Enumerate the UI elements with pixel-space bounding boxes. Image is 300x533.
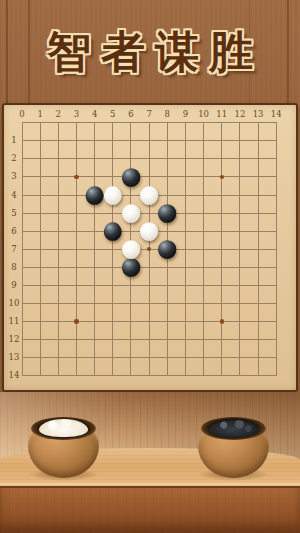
column-label: 2 xyxy=(49,109,67,120)
white-stone: ● xyxy=(122,204,140,222)
column-label: 3 xyxy=(67,109,85,120)
row-label: 10 xyxy=(6,298,22,309)
table-front xyxy=(0,488,300,533)
star-point xyxy=(74,175,78,179)
white-stone: ● xyxy=(122,240,140,258)
white-stone-bowl xyxy=(28,417,99,478)
row-label: 7 xyxy=(6,244,22,255)
black-stone-bowl xyxy=(198,417,269,478)
white-stone: ● xyxy=(140,222,158,240)
row-label: 6 xyxy=(6,226,22,237)
row-label: 13 xyxy=(6,352,22,363)
grid-line-vertical xyxy=(258,122,259,376)
row-label: 2 xyxy=(6,153,22,164)
column-label: 13 xyxy=(249,109,267,120)
white-stone: ● xyxy=(104,186,122,204)
black-stone: ● xyxy=(86,186,104,204)
column-label: 10 xyxy=(195,109,213,120)
grid-line-vertical xyxy=(276,122,277,376)
row-label: 14 xyxy=(6,370,22,381)
column-label: 9 xyxy=(176,109,194,120)
app-title: 智者谋胜 xyxy=(0,27,300,77)
column-label: 5 xyxy=(104,109,122,120)
white-stones-heap xyxy=(39,419,88,437)
column-label: 4 xyxy=(86,109,104,120)
column-label: 11 xyxy=(213,109,231,120)
star-point xyxy=(220,319,224,323)
game-board[interactable]: 012345678910111213141234567891011121314●… xyxy=(2,103,298,392)
column-label: 6 xyxy=(122,109,140,120)
black-stone: ● xyxy=(122,168,140,186)
row-label: 1 xyxy=(6,135,22,146)
star-point xyxy=(220,175,224,179)
header: 智者谋胜 xyxy=(0,0,300,103)
black-stone: ● xyxy=(104,222,122,240)
star-point xyxy=(74,319,78,323)
row-label: 5 xyxy=(6,208,22,219)
row-label: 3 xyxy=(6,171,22,182)
column-label: 0 xyxy=(13,109,31,120)
app-screen: 智者谋胜 01234567891011121314123456789101112… xyxy=(0,0,300,533)
column-label: 12 xyxy=(231,109,249,120)
column-label: 7 xyxy=(140,109,158,120)
black-stones-heap xyxy=(209,420,258,437)
row-label: 11 xyxy=(6,316,22,327)
row-label: 12 xyxy=(6,334,22,345)
grid-line-horizontal xyxy=(22,357,277,358)
white-stone: ● xyxy=(140,186,158,204)
column-label: 1 xyxy=(31,109,49,120)
row-label: 9 xyxy=(6,280,22,291)
grid-line-horizontal xyxy=(22,339,277,340)
row-label: 8 xyxy=(6,262,22,273)
grid-line-horizontal xyxy=(22,375,277,376)
row-label: 4 xyxy=(6,190,22,201)
column-label: 14 xyxy=(267,109,285,120)
column-label: 8 xyxy=(158,109,176,120)
black-stone: ● xyxy=(158,240,176,258)
star-point xyxy=(147,247,151,251)
black-stone: ● xyxy=(158,204,176,222)
